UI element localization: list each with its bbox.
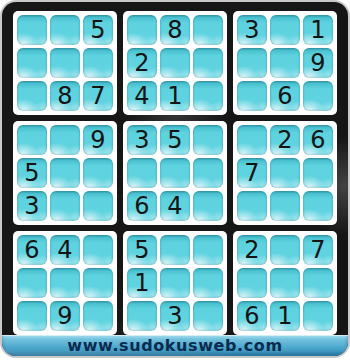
- given-digit: 4: [57, 238, 72, 262]
- given-digit: 8: [167, 18, 182, 42]
- given-digit: 4: [134, 84, 149, 108]
- sudoku-cell-r4c5[interactable]: 5: [160, 125, 190, 155]
- sudoku-cell-r1c9[interactable]: 1: [303, 15, 333, 45]
- sudoku-cell-r3c2[interactable]: 8: [50, 81, 80, 111]
- sudoku-plaque: 5878241319695335642676495132761 www.sudo…: [2, 2, 348, 356]
- sudoku-cell-r6c4[interactable]: 6: [127, 191, 157, 221]
- sudoku-cell-r8c5[interactable]: [160, 268, 190, 298]
- sudoku-cell-r6c1[interactable]: 3: [17, 191, 47, 221]
- sudoku-cell-r9c6[interactable]: [193, 301, 223, 331]
- sudoku-box-6: 267: [233, 121, 337, 225]
- given-digit: 9: [90, 128, 105, 152]
- given-digit: 3: [134, 128, 149, 152]
- sudoku-cell-r8c3[interactable]: [83, 268, 113, 298]
- sudoku-box-5: 3564: [123, 121, 227, 225]
- sudoku-cell-r6c6[interactable]: [193, 191, 223, 221]
- sudoku-cell-r4c1[interactable]: [17, 125, 47, 155]
- sudoku-cell-r4c8[interactable]: 2: [270, 125, 300, 155]
- sudoku-cell-r6c9[interactable]: [303, 191, 333, 221]
- sudoku-cell-r4c3[interactable]: 9: [83, 125, 113, 155]
- sudoku-cell-r2c6[interactable]: [193, 48, 223, 78]
- sudoku-cell-r6c8[interactable]: [270, 191, 300, 221]
- sudoku-cell-r8c4[interactable]: 1: [127, 268, 157, 298]
- given-digit: 3: [244, 18, 259, 42]
- given-digit: 5: [134, 238, 149, 262]
- sudoku-cell-r3c8[interactable]: 6: [270, 81, 300, 111]
- sudoku-cell-r5c2[interactable]: [50, 158, 80, 188]
- given-digit: 6: [277, 84, 292, 108]
- sudoku-box-8: 513: [123, 231, 227, 335]
- sudoku-cell-r7c5[interactable]: [160, 235, 190, 265]
- sudoku-cell-r8c9[interactable]: [303, 268, 333, 298]
- sudoku-widget: 5878241319695335642676495132761 www.sudo…: [0, 0, 350, 360]
- sudoku-box-1: 587: [13, 11, 117, 115]
- given-digit: 6: [310, 128, 325, 152]
- given-digit: 6: [24, 238, 39, 262]
- given-digit: 1: [310, 18, 325, 42]
- given-digit: 4: [167, 194, 182, 218]
- sudoku-cell-r9c9[interactable]: [303, 301, 333, 331]
- sudoku-cell-r4c6[interactable]: [193, 125, 223, 155]
- sudoku-cell-r8c6[interactable]: [193, 268, 223, 298]
- sudoku-cell-r1c4[interactable]: [127, 15, 157, 45]
- sudoku-cell-r2c1[interactable]: [17, 48, 47, 78]
- sudoku-cell-r1c6[interactable]: [193, 15, 223, 45]
- given-digit: 5: [24, 161, 39, 185]
- given-digit: 3: [167, 304, 182, 328]
- given-digit: 5: [167, 128, 182, 152]
- sudoku-cell-r2c2[interactable]: [50, 48, 80, 78]
- sudoku-cell-r7c2[interactable]: 4: [50, 235, 80, 265]
- sudoku-cell-r5c9[interactable]: [303, 158, 333, 188]
- given-digit: 7: [90, 84, 105, 108]
- sudoku-cell-r9c3[interactable]: [83, 301, 113, 331]
- sudoku-cell-r7c9[interactable]: 7: [303, 235, 333, 265]
- sudoku-cell-r1c7[interactable]: 3: [237, 15, 267, 45]
- sudoku-box-7: 649: [13, 231, 117, 335]
- sudoku-cell-r1c1[interactable]: [17, 15, 47, 45]
- sudoku-cell-r9c1[interactable]: [17, 301, 47, 331]
- sudoku-cell-r7c4[interactable]: 5: [127, 235, 157, 265]
- sudoku-cell-r6c7[interactable]: [237, 191, 267, 221]
- sudoku-cell-r5c5[interactable]: [160, 158, 190, 188]
- sudoku-cell-r2c3[interactable]: [83, 48, 113, 78]
- given-digit: 9: [310, 51, 325, 75]
- given-digit: 1: [277, 304, 292, 328]
- sudoku-cell-r3c4[interactable]: 4: [127, 81, 157, 111]
- sudoku-cell-r4c2[interactable]: [50, 125, 80, 155]
- sudoku-cell-r2c4[interactable]: 2: [127, 48, 157, 78]
- sudoku-cell-r9c7[interactable]: 6: [237, 301, 267, 331]
- given-digit: 5: [90, 18, 105, 42]
- sudoku-box-9: 2761: [233, 231, 337, 335]
- sudoku-cell-r5c1[interactable]: 5: [17, 158, 47, 188]
- sudoku-box-3: 3196: [233, 11, 337, 115]
- sudoku-board: 5878241319695335642676495132761: [13, 11, 337, 335]
- sudoku-box-4: 953: [13, 121, 117, 225]
- given-digit: 2: [134, 51, 149, 75]
- sudoku-cell-r1c8[interactable]: [270, 15, 300, 45]
- sudoku-cell-r5c7[interactable]: 7: [237, 158, 267, 188]
- sudoku-cell-r3c3[interactable]: 7: [83, 81, 113, 111]
- given-digit: 3: [24, 194, 39, 218]
- sudoku-cell-r3c6[interactable]: [193, 81, 223, 111]
- sudoku-cell-r2c9[interactable]: 9: [303, 48, 333, 78]
- given-digit: 8: [57, 84, 72, 108]
- given-digit: 1: [134, 271, 149, 295]
- given-digit: 1: [167, 84, 182, 108]
- sudoku-cell-r3c1[interactable]: [17, 81, 47, 111]
- sudoku-cell-r6c3[interactable]: [83, 191, 113, 221]
- sudoku-cell-r4c4[interactable]: 3: [127, 125, 157, 155]
- sudoku-cell-r2c8[interactable]: [270, 48, 300, 78]
- given-digit: 6: [134, 194, 149, 218]
- given-digit: 2: [277, 128, 292, 152]
- given-digit: 6: [244, 304, 259, 328]
- sudoku-cell-r5c4[interactable]: [127, 158, 157, 188]
- sudoku-cell-r9c2[interactable]: 9: [50, 301, 80, 331]
- sudoku-cell-r9c4[interactable]: [127, 301, 157, 331]
- sudoku-cell-r9c5[interactable]: 3: [160, 301, 190, 331]
- sudoku-cell-r3c5[interactable]: 1: [160, 81, 190, 111]
- sudoku-cell-r7c8[interactable]: [270, 235, 300, 265]
- sudoku-cell-r3c7[interactable]: [237, 81, 267, 111]
- sudoku-cell-r6c2[interactable]: [50, 191, 80, 221]
- sudoku-cell-r5c6[interactable]: [193, 158, 223, 188]
- sudoku-cell-r8c2[interactable]: [50, 268, 80, 298]
- sudoku-cell-r2c7[interactable]: [237, 48, 267, 78]
- given-digit: 9: [57, 304, 72, 328]
- sudoku-cell-r3c9[interactable]: [303, 81, 333, 111]
- sudoku-cell-r8c7[interactable]: [237, 268, 267, 298]
- website-link[interactable]: www.sudokusweb.com: [67, 335, 282, 356]
- sudoku-cell-r8c8[interactable]: [270, 268, 300, 298]
- given-digit: 2: [244, 238, 259, 262]
- sudoku-cell-r2c5[interactable]: [160, 48, 190, 78]
- sudoku-cell-r5c8[interactable]: [270, 158, 300, 188]
- sudoku-cell-r5c3[interactable]: [83, 158, 113, 188]
- sudoku-cell-r8c1[interactable]: [17, 268, 47, 298]
- sudoku-cell-r9c8[interactable]: 1: [270, 301, 300, 331]
- sudoku-cell-r4c7[interactable]: [237, 125, 267, 155]
- sudoku-cell-r7c6[interactable]: [193, 235, 223, 265]
- sudoku-cell-r4c9[interactable]: 6: [303, 125, 333, 155]
- given-digit: 7: [244, 161, 259, 185]
- sudoku-cell-r1c3[interactable]: 5: [83, 15, 113, 45]
- sudoku-box-2: 8241: [123, 11, 227, 115]
- given-digit: 7: [310, 238, 325, 262]
- footer-bar: www.sudokusweb.com: [2, 335, 348, 356]
- sudoku-cell-r1c2[interactable]: [50, 15, 80, 45]
- sudoku-cell-r7c7[interactable]: 2: [237, 235, 267, 265]
- sudoku-cell-r7c3[interactable]: [83, 235, 113, 265]
- sudoku-cell-r6c5[interactable]: 4: [160, 191, 190, 221]
- sudoku-cell-r7c1[interactable]: 6: [17, 235, 47, 265]
- sudoku-cell-r1c5[interactable]: 8: [160, 15, 190, 45]
